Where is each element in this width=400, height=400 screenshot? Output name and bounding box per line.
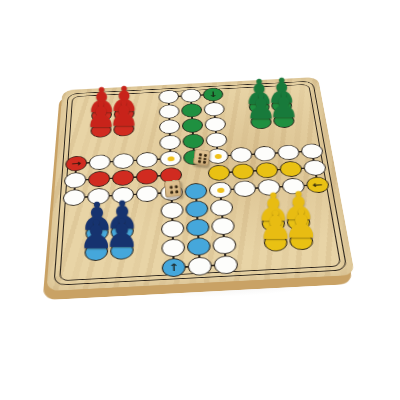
blue-start-field[interactable]: ↑ <box>162 258 186 278</box>
gold-dot <box>167 156 174 161</box>
track-link <box>220 208 224 227</box>
product-photo-stage: ↓→←↑ ♟♟♟♟♟♟♟♟♟♟♟♟♟♟♟♟ <box>0 0 400 400</box>
track-field[interactable] <box>161 238 185 257</box>
yellow-field[interactable] <box>231 163 254 180</box>
blue-field[interactable] <box>186 218 210 236</box>
yellow-field[interactable] <box>207 164 230 181</box>
blue-field[interactable] <box>185 200 209 218</box>
start-arrow-icon: ↓ <box>208 91 218 99</box>
track-link <box>171 229 174 248</box>
track-field[interactable] <box>161 220 185 238</box>
track-link <box>73 180 76 197</box>
track-link <box>174 265 200 268</box>
track-link <box>223 245 227 265</box>
die-pip <box>176 191 179 194</box>
start-arrow-icon: ↑ <box>168 262 179 273</box>
track-field[interactable] <box>212 236 237 255</box>
blue-field[interactable] <box>184 183 207 200</box>
track-link <box>197 227 201 246</box>
pawn-blue-4[interactable]: ♟ <box>102 212 143 255</box>
start-arrow-icon: → <box>71 159 81 168</box>
track-field[interactable] <box>64 172 87 189</box>
red-field[interactable] <box>136 168 158 185</box>
track-link <box>171 210 174 229</box>
die-pip <box>175 185 178 188</box>
pawn-yellow-4[interactable]: ♟ <box>281 203 322 246</box>
track-link <box>222 226 226 245</box>
die-2[interactable] <box>164 180 182 198</box>
track-field[interactable] <box>213 255 238 275</box>
track-link <box>200 264 226 267</box>
red-field[interactable] <box>112 169 134 186</box>
ludo-board: ↓→←↑ ♟♟♟♟♟♟♟♟♟♟♟♟♟♟♟♟ <box>46 77 355 291</box>
track-link <box>196 209 199 228</box>
track-field[interactable] <box>210 199 234 217</box>
gold-dot <box>214 154 221 159</box>
track-link <box>195 191 198 209</box>
track-field[interactable] <box>161 201 184 219</box>
track-field-marked[interactable] <box>209 181 233 198</box>
track-link <box>219 190 223 208</box>
die-pip <box>169 185 172 188</box>
track-link <box>198 246 202 266</box>
track-link <box>172 248 175 268</box>
track-field[interactable] <box>211 217 235 235</box>
red-field[interactable] <box>88 171 111 188</box>
blue-field[interactable] <box>187 237 211 256</box>
die-pip <box>170 191 173 194</box>
die-pip <box>175 177 179 180</box>
track-field[interactable] <box>187 256 212 276</box>
yellow-field[interactable] <box>255 162 279 179</box>
gold-dot <box>217 187 224 192</box>
track-link <box>220 188 245 191</box>
